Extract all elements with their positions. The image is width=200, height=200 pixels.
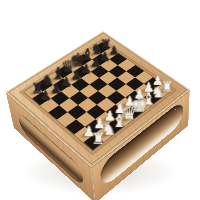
table-top: ♜♞♝♛♚♝♞♜♟♟♟♟♟♟♟♟♟♟♟♟♟♟♟♟♜♞♝♛♚♝♞♜	[6, 31, 190, 167]
piece-shadow	[98, 129, 112, 140]
black-knight: ♞	[22, 73, 75, 88]
piece-shadow	[87, 50, 99, 58]
square-b7: ♟	[43, 85, 61, 98]
square-g7: ♟	[92, 54, 109, 66]
piece-shadow	[27, 88, 40, 97]
square-g4	[117, 71, 135, 84]
square-e5	[89, 78, 107, 91]
square-g5	[109, 65, 127, 77]
square-h2: ♟	[144, 77, 162, 90]
piece-shadow	[87, 137, 101, 148]
piece-shadow	[56, 81, 69, 90]
piece-shadow	[78, 56, 90, 64]
square-f4	[108, 78, 126, 91]
square-c7: ♟	[53, 78, 71, 91]
piece-shadow	[35, 94, 48, 104]
black-pawn: ♟	[18, 89, 72, 102]
black-pawn: ♟	[40, 75, 93, 88]
white-rook: ♜	[69, 131, 127, 146]
chess-table: ♜♞♝♛♚♝♞♜♟♟♟♟♟♟♟♟♟♟♟♟♟♟♟♟♜♞♝♛♚♝♞♜	[6, 31, 190, 167]
square-h3	[135, 71, 153, 84]
black-rook: ♜	[81, 38, 130, 51]
black-pawn: ♟	[70, 56, 121, 68]
square-f6	[91, 65, 109, 77]
piece-shadow	[104, 50, 116, 58]
black-pawn: ♟	[80, 50, 130, 62]
piece-shadow	[58, 68, 71, 77]
square-e6	[81, 72, 99, 85]
square-f5	[99, 71, 117, 84]
black-king: ♚	[52, 51, 103, 69]
square-e8: ♚	[65, 60, 83, 72]
square-d6	[71, 78, 89, 91]
square-b8: ♞	[35, 79, 53, 92]
piece-shadow	[76, 68, 89, 77]
square-f8: ♝	[75, 54, 92, 66]
square-h4	[126, 65, 144, 77]
scene: ♜♞♝♛♚♝♞♜♟♟♟♟♟♟♟♟♟♟♟♟♟♟♟♟♜♞♝♛♚♝♞♜	[0, 0, 200, 200]
black-pawn: ♟	[50, 69, 102, 82]
black-pawn: ♟	[89, 44, 139, 56]
piece-shadow	[48, 75, 61, 84]
piece-shadow	[86, 62, 98, 70]
black-queen: ♛	[42, 59, 93, 76]
square-g6	[100, 59, 118, 71]
square-h7: ♟	[101, 48, 118, 60]
piece-shadow	[66, 74, 79, 83]
square-d8: ♛	[55, 66, 73, 79]
square-h5	[118, 59, 136, 71]
square-f7: ♟	[83, 60, 101, 72]
black-bishop: ♝	[32, 66, 84, 82]
black-pawn: ♟	[29, 82, 82, 95]
square-c8: ♝	[45, 72, 63, 85]
product-photo: ♜♞♝♛♚♝♞♜♟♟♟♟♟♟♟♟♟♟♟♟♟♟♟♟♜♞♝♛♚♝♞♜	[0, 0, 200, 200]
piece-shadow	[147, 80, 160, 89]
black-pawn: ♟	[60, 62, 111, 75]
piece-shadow	[38, 81, 51, 90]
square-h1: ♜	[153, 84, 171, 97]
black-bishop: ♝	[62, 47, 112, 62]
piece-shadow	[148, 93, 161, 103]
square-e7: ♟	[73, 66, 91, 78]
square-h6	[109, 53, 126, 65]
piece-shadow	[138, 100, 151, 110]
piece-shadow	[96, 44, 108, 52]
square-g3	[126, 77, 144, 90]
piece-shadow	[68, 62, 80, 70]
piece-shadow	[138, 86, 151, 95]
square-h8: ♜	[93, 42, 110, 53]
white-pawn: ♟	[131, 74, 184, 87]
black-knight: ♞	[72, 42, 122, 56]
piece-shadow	[95, 56, 107, 64]
square-g2: ♟	[135, 84, 153, 97]
square-g8: ♞	[84, 48, 101, 60]
square-d7: ♟	[63, 72, 81, 85]
